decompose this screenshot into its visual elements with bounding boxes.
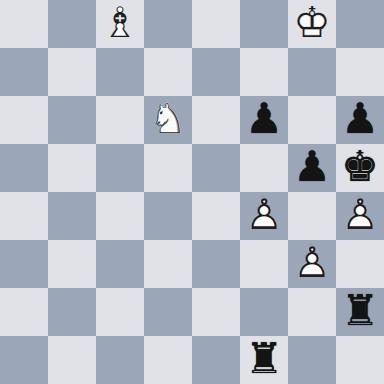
white-bishop[interactable]: ♝♗ <box>96 0 144 48</box>
square-a7[interactable] <box>0 48 48 96</box>
square-a1[interactable] <box>0 336 48 384</box>
black-rook-glyph: ♜ <box>245 338 283 380</box>
square-c7[interactable] <box>96 48 144 96</box>
square-e2[interactable] <box>192 288 240 336</box>
square-d3[interactable] <box>144 240 192 288</box>
square-c5[interactable] <box>96 144 144 192</box>
square-b5[interactable] <box>48 144 96 192</box>
square-d7[interactable] <box>144 48 192 96</box>
square-h1[interactable] <box>336 336 384 384</box>
white-pawn[interactable]: ♟♙ <box>336 192 384 240</box>
square-h6[interactable]: ♟ <box>336 96 384 144</box>
black-pawn[interactable]: ♟ <box>288 144 336 192</box>
square-e3[interactable] <box>192 240 240 288</box>
square-a6[interactable] <box>0 96 48 144</box>
square-b3[interactable] <box>48 240 96 288</box>
square-d4[interactable] <box>144 192 192 240</box>
black-rook[interactable]: ♜ <box>240 336 288 384</box>
square-e5[interactable] <box>192 144 240 192</box>
square-a4[interactable] <box>0 192 48 240</box>
square-h2[interactable]: ♜ <box>336 288 384 336</box>
square-e8[interactable] <box>192 0 240 48</box>
square-a8[interactable] <box>0 0 48 48</box>
square-g2[interactable] <box>288 288 336 336</box>
square-c2[interactable] <box>96 288 144 336</box>
square-d1[interactable] <box>144 336 192 384</box>
square-c1[interactable] <box>96 336 144 384</box>
square-g4[interactable] <box>288 192 336 240</box>
square-f7[interactable] <box>240 48 288 96</box>
square-b2[interactable] <box>48 288 96 336</box>
square-b4[interactable] <box>48 192 96 240</box>
white-king[interactable]: ♚♔ <box>288 0 336 48</box>
square-f8[interactable] <box>240 0 288 48</box>
square-g8[interactable]: ♚♔ <box>288 0 336 48</box>
square-e1[interactable] <box>192 336 240 384</box>
square-h8[interactable] <box>336 0 384 48</box>
square-c4[interactable] <box>96 192 144 240</box>
square-g3[interactable]: ♟♙ <box>288 240 336 288</box>
square-c3[interactable] <box>96 240 144 288</box>
square-d6[interactable]: ♞♘ <box>144 96 192 144</box>
white-pawn[interactable]: ♟♙ <box>288 240 336 288</box>
white-knight-outline: ♘ <box>149 98 187 140</box>
square-a5[interactable] <box>0 144 48 192</box>
square-g1[interactable] <box>288 336 336 384</box>
black-king[interactable]: ♚ <box>336 144 384 192</box>
square-g7[interactable] <box>288 48 336 96</box>
square-f5[interactable] <box>240 144 288 192</box>
black-pawn-glyph: ♟ <box>341 98 379 140</box>
square-d5[interactable] <box>144 144 192 192</box>
square-f4[interactable]: ♟♙ <box>240 192 288 240</box>
square-b1[interactable] <box>48 336 96 384</box>
square-h5[interactable]: ♚ <box>336 144 384 192</box>
square-c8[interactable]: ♝♗ <box>96 0 144 48</box>
square-d8[interactable] <box>144 0 192 48</box>
square-e6[interactable] <box>192 96 240 144</box>
square-b7[interactable] <box>48 48 96 96</box>
white-pawn[interactable]: ♟♙ <box>240 192 288 240</box>
black-king-glyph: ♚ <box>341 146 379 188</box>
square-a3[interactable] <box>0 240 48 288</box>
chess-board: ♝♗♚♔♞♘♟♟♟♚♟♙♟♙♟♙♜♜ <box>0 0 384 384</box>
black-rook[interactable]: ♜ <box>336 288 384 336</box>
white-knight[interactable]: ♞♘ <box>144 96 192 144</box>
white-pawn-outline: ♙ <box>293 242 331 284</box>
square-h7[interactable] <box>336 48 384 96</box>
square-a2[interactable] <box>0 288 48 336</box>
square-e7[interactable] <box>192 48 240 96</box>
square-g5[interactable]: ♟ <box>288 144 336 192</box>
white-king-outline: ♔ <box>293 2 331 44</box>
square-e4[interactable] <box>192 192 240 240</box>
square-h4[interactable]: ♟♙ <box>336 192 384 240</box>
white-pawn-outline: ♙ <box>245 194 283 236</box>
black-rook-glyph: ♜ <box>341 290 379 332</box>
black-pawn[interactable]: ♟ <box>240 96 288 144</box>
square-f6[interactable]: ♟ <box>240 96 288 144</box>
square-f2[interactable] <box>240 288 288 336</box>
square-g6[interactable] <box>288 96 336 144</box>
black-pawn-glyph: ♟ <box>293 146 331 188</box>
square-d2[interactable] <box>144 288 192 336</box>
black-pawn[interactable]: ♟ <box>336 96 384 144</box>
white-bishop-outline: ♗ <box>101 2 139 44</box>
black-pawn-glyph: ♟ <box>245 98 283 140</box>
white-pawn-outline: ♙ <box>341 194 379 236</box>
square-b8[interactable] <box>48 0 96 48</box>
square-f1[interactable]: ♜ <box>240 336 288 384</box>
square-b6[interactable] <box>48 96 96 144</box>
square-f3[interactable] <box>240 240 288 288</box>
square-h3[interactable] <box>336 240 384 288</box>
square-c6[interactable] <box>96 96 144 144</box>
